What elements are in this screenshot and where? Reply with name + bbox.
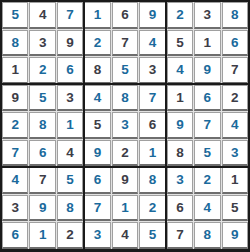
cell-r4c8[interactable]: 6 xyxy=(194,85,220,112)
cell-r9c7[interactable]: 7 xyxy=(167,222,193,249)
cell-r2c5[interactable]: 7 xyxy=(112,30,138,57)
cell-r7c4[interactable]: 6 xyxy=(84,167,110,194)
cell-r5c5[interactable]: 3 xyxy=(112,112,138,139)
cell-r3c1[interactable]: 1 xyxy=(2,57,28,84)
cell-r7c1[interactable]: 4 xyxy=(2,167,28,194)
cell-r5c9[interactable]: 4 xyxy=(222,112,248,139)
cell-r8c9[interactable]: 5 xyxy=(222,195,248,222)
cell-r1c8[interactable]: 3 xyxy=(194,2,220,29)
cell-r5c3[interactable]: 1 xyxy=(57,112,83,139)
cell-r9c8[interactable]: 8 xyxy=(194,222,220,249)
cell-r3c6[interactable]: 3 xyxy=(139,57,165,84)
cell-r4c9[interactable]: 2 xyxy=(222,85,248,112)
cell-r5c8[interactable]: 7 xyxy=(194,112,220,139)
cell-r1c9[interactable]: 8 xyxy=(222,2,248,29)
cell-r4c1[interactable]: 9 xyxy=(2,85,28,112)
cell-r2c6[interactable]: 4 xyxy=(139,30,165,57)
cell-r6c2[interactable]: 6 xyxy=(29,140,55,167)
cell-r2c9[interactable]: 6 xyxy=(222,30,248,57)
cell-r6c7[interactable]: 8 xyxy=(167,140,193,167)
cell-r3c7[interactable]: 4 xyxy=(167,57,193,84)
cell-r1c4[interactable]: 1 xyxy=(84,2,110,29)
cell-r6c8[interactable]: 5 xyxy=(194,140,220,167)
cell-r4c5[interactable]: 8 xyxy=(112,85,138,112)
sudoku-grid: 5471692388392745161268534979534871622815… xyxy=(2,2,248,249)
cell-r8c3[interactable]: 8 xyxy=(57,195,83,222)
cell-r7c7[interactable]: 3 xyxy=(167,167,193,194)
cell-r6c4[interactable]: 9 xyxy=(84,140,110,167)
cell-r8c7[interactable]: 6 xyxy=(167,195,193,222)
cell-r1c6[interactable]: 9 xyxy=(139,2,165,29)
cell-r2c7[interactable]: 5 xyxy=(167,30,193,57)
cell-r9c1[interactable]: 6 xyxy=(2,222,28,249)
cell-r8c4[interactable]: 7 xyxy=(84,195,110,222)
cell-r7c6[interactable]: 8 xyxy=(139,167,165,194)
cell-r7c2[interactable]: 7 xyxy=(29,167,55,194)
cell-r8c2[interactable]: 9 xyxy=(29,195,55,222)
cell-r9c2[interactable]: 1 xyxy=(29,222,55,249)
cell-r7c3[interactable]: 5 xyxy=(57,167,83,194)
cell-r6c1[interactable]: 7 xyxy=(2,140,28,167)
cell-r9c9[interactable]: 9 xyxy=(222,222,248,249)
cell-r8c6[interactable]: 2 xyxy=(139,195,165,222)
cell-r1c7[interactable]: 2 xyxy=(167,2,193,29)
cell-r2c8[interactable]: 1 xyxy=(194,30,220,57)
cell-r3c5[interactable]: 5 xyxy=(112,57,138,84)
cell-r7c8[interactable]: 2 xyxy=(194,167,220,194)
cell-r4c7[interactable]: 1 xyxy=(167,85,193,112)
cell-r5c7[interactable]: 9 xyxy=(167,112,193,139)
cell-r7c5[interactable]: 9 xyxy=(112,167,138,194)
cell-r9c4[interactable]: 3 xyxy=(84,222,110,249)
cell-r9c5[interactable]: 4 xyxy=(112,222,138,249)
cell-r5c1[interactable]: 2 xyxy=(2,112,28,139)
cell-r6c9[interactable]: 3 xyxy=(222,140,248,167)
cell-r3c3[interactable]: 6 xyxy=(57,57,83,84)
cell-r6c5[interactable]: 2 xyxy=(112,140,138,167)
cell-r4c2[interactable]: 5 xyxy=(29,85,55,112)
cell-r8c8[interactable]: 4 xyxy=(194,195,220,222)
cell-r4c6[interactable]: 7 xyxy=(139,85,165,112)
cell-r1c3[interactable]: 7 xyxy=(57,2,83,29)
cell-r2c1[interactable]: 8 xyxy=(2,30,28,57)
cell-r5c2[interactable]: 8 xyxy=(29,112,55,139)
cell-r5c4[interactable]: 5 xyxy=(84,112,110,139)
cell-r3c9[interactable]: 7 xyxy=(222,57,248,84)
cell-r9c6[interactable]: 5 xyxy=(139,222,165,249)
cell-r3c8[interactable]: 9 xyxy=(194,57,220,84)
cell-r4c4[interactable]: 4 xyxy=(84,85,110,112)
cell-r4c3[interactable]: 3 xyxy=(57,85,83,112)
cell-r5c6[interactable]: 6 xyxy=(139,112,165,139)
cell-r6c3[interactable]: 4 xyxy=(57,140,83,167)
cell-r6c6[interactable]: 1 xyxy=(139,140,165,167)
cell-r2c4[interactable]: 2 xyxy=(84,30,110,57)
cell-r9c3[interactable]: 2 xyxy=(57,222,83,249)
cell-r1c5[interactable]: 6 xyxy=(112,2,138,29)
cell-r1c2[interactable]: 4 xyxy=(29,2,55,29)
cell-r2c2[interactable]: 3 xyxy=(29,30,55,57)
sudoku-board: 5471692388392745161268534979534871622815… xyxy=(0,0,250,252)
cell-r7c9[interactable]: 1 xyxy=(222,167,248,194)
cell-r8c5[interactable]: 1 xyxy=(112,195,138,222)
cell-r3c2[interactable]: 2 xyxy=(29,57,55,84)
cell-r3c4[interactable]: 8 xyxy=(84,57,110,84)
cell-r2c3[interactable]: 9 xyxy=(57,30,83,57)
cell-r8c1[interactable]: 3 xyxy=(2,195,28,222)
cell-r1c1[interactable]: 5 xyxy=(2,2,28,29)
